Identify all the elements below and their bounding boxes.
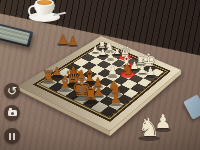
- piece-brown-pawn-h7[interactable]: ♟: [108, 92, 124, 106]
- piece-brown-rook-f8[interactable]: ♜: [80, 86, 100, 104]
- piece-white-pawn-h2[interactable]: ♟: [144, 67, 157, 78]
- camera-icon: [8, 110, 17, 116]
- captured-brown-pawn: ♟: [66, 35, 80, 47]
- undo-button[interactable]: ↺: [4, 83, 20, 99]
- piece-white-pawn-c2[interactable]: ♟: [105, 51, 115, 60]
- camera-button[interactable]: [4, 105, 20, 121]
- piece-brown-knight-f3[interactable]: ♞: [119, 62, 136, 76]
- undo-icon: ↺: [7, 85, 17, 97]
- chess-app-screen: ♟♟♜♞♟♝♟♛♟♜♝♚♟♟♞♟♟♟♟♟♜♝♛♟♝♞♟♚♜♟♟♞ ↺: [0, 0, 200, 150]
- pause-icon: [9, 133, 15, 140]
- piece-white-pawn-e4[interactable]: ♟: [106, 66, 118, 77]
- pieces-layer: ♟♟♜♞♟♝♟♛♟♜♝♚♟♟♞♟♟♟♟♟♜♝♛♟♝♞♟♚♜♟♟♞: [0, 0, 200, 150]
- captured-white-knight: ♞: [135, 115, 164, 140]
- pause-button[interactable]: [4, 128, 20, 144]
